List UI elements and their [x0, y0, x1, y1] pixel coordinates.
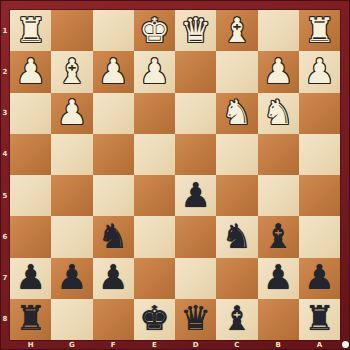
square-a1[interactable]: ♜ [299, 10, 340, 51]
black-queen-d8[interactable]: ♛ [180, 301, 210, 335]
rank-label-7: 7 [0, 258, 10, 299]
square-b1[interactable] [258, 10, 299, 51]
square-b4[interactable] [258, 134, 299, 175]
square-g5[interactable] [51, 175, 92, 216]
square-e1[interactable]: ♚ [134, 10, 175, 51]
square-g8[interactable] [51, 299, 92, 340]
square-e8[interactable]: ♚ [134, 299, 175, 340]
square-c3[interactable]: ♞ [216, 93, 257, 134]
rank-label-8: 8 [0, 299, 10, 340]
black-pawn-h7[interactable]: ♟ [15, 260, 45, 294]
square-c4[interactable] [216, 134, 257, 175]
white-king-e1[interactable]: ♚ [139, 13, 169, 47]
chess-board: ♜♚♛♝♜♟♝♟♟♟♟♟♞♞♟♞♞♝♟♟♟♟♟♜♚♛♝♜ [10, 10, 340, 340]
square-d4[interactable] [175, 134, 216, 175]
square-f5[interactable] [93, 175, 134, 216]
white-rook-a1[interactable]: ♜ [304, 13, 334, 47]
black-rook-a8[interactable]: ♜ [304, 301, 334, 335]
square-h3[interactable] [10, 93, 51, 134]
square-a3[interactable] [299, 93, 340, 134]
square-b2[interactable]: ♟ [258, 51, 299, 92]
square-b8[interactable] [258, 299, 299, 340]
file-label-h: H [10, 340, 51, 350]
white-pawn-a2[interactable]: ♟ [304, 54, 334, 88]
square-e2[interactable]: ♟ [134, 51, 175, 92]
white-pawn-f2[interactable]: ♟ [98, 54, 128, 88]
rank-label-2: 2 [0, 51, 10, 92]
square-c6[interactable]: ♞ [216, 216, 257, 257]
square-f3[interactable] [93, 93, 134, 134]
rank-label-6: 6 [0, 216, 10, 257]
square-g2[interactable]: ♝ [51, 51, 92, 92]
square-a7[interactable]: ♟ [299, 258, 340, 299]
file-label-e: E [134, 340, 175, 350]
square-c8[interactable]: ♝ [216, 299, 257, 340]
file-label-c: C [216, 340, 257, 350]
black-pawn-f7[interactable]: ♟ [98, 260, 128, 294]
square-h8[interactable]: ♜ [10, 299, 51, 340]
square-h1[interactable]: ♜ [10, 10, 51, 51]
square-h5[interactable] [10, 175, 51, 216]
black-bishop-b6[interactable]: ♝ [263, 219, 293, 253]
black-knight-c6[interactable]: ♞ [222, 219, 252, 253]
square-b3[interactable]: ♞ [258, 93, 299, 134]
square-d7[interactable] [175, 258, 216, 299]
square-g6[interactable] [51, 216, 92, 257]
square-f7[interactable]: ♟ [93, 258, 134, 299]
black-king-e8[interactable]: ♚ [139, 301, 169, 335]
square-h4[interactable] [10, 134, 51, 175]
white-bishop-c1[interactable]: ♝ [222, 13, 252, 47]
black-pawn-g7[interactable]: ♟ [57, 260, 87, 294]
board-frame: 12345678 ♜♚♛♝♜♟♝♟♟♟♟♟♞♞♟♞♞♝♟♟♟♟♟♜♚♛♝♜ HG… [0, 0, 350, 350]
file-label-f: F [93, 340, 134, 350]
square-e3[interactable] [134, 93, 175, 134]
square-f4[interactable] [93, 134, 134, 175]
square-f6[interactable]: ♞ [93, 216, 134, 257]
square-g4[interactable] [51, 134, 92, 175]
white-pawn-b2[interactable]: ♟ [263, 54, 293, 88]
square-f8[interactable] [93, 299, 134, 340]
file-labels: HGFEDCBA [10, 340, 340, 350]
square-f1[interactable] [93, 10, 134, 51]
square-e4[interactable] [134, 134, 175, 175]
file-label-d: D [175, 340, 216, 350]
square-h6[interactable] [10, 216, 51, 257]
rank-label-4: 4 [0, 134, 10, 175]
black-pawn-a7[interactable]: ♟ [304, 260, 334, 294]
file-label-a: A [299, 340, 340, 350]
black-bishop-c8[interactable]: ♝ [222, 301, 252, 335]
square-b7[interactable]: ♟ [258, 258, 299, 299]
square-a4[interactable] [299, 134, 340, 175]
square-d5[interactable]: ♟ [175, 175, 216, 216]
square-b5[interactable] [258, 175, 299, 216]
white-rook-h1[interactable]: ♜ [15, 13, 45, 47]
square-e7[interactable] [134, 258, 175, 299]
square-c7[interactable] [216, 258, 257, 299]
square-b6[interactable]: ♝ [258, 216, 299, 257]
white-knight-b3[interactable]: ♞ [263, 95, 293, 129]
rank-label-5: 5 [0, 175, 10, 216]
white-bishop-g2[interactable]: ♝ [57, 54, 87, 88]
square-d6[interactable] [175, 216, 216, 257]
square-h2[interactable]: ♟ [10, 51, 51, 92]
square-d3[interactable] [175, 93, 216, 134]
square-g1[interactable] [51, 10, 92, 51]
square-c5[interactable] [216, 175, 257, 216]
square-g7[interactable]: ♟ [51, 258, 92, 299]
square-e5[interactable] [134, 175, 175, 216]
square-a8[interactable]: ♜ [299, 299, 340, 340]
square-h7[interactable]: ♟ [10, 258, 51, 299]
square-a5[interactable] [299, 175, 340, 216]
square-a2[interactable]: ♟ [299, 51, 340, 92]
white-pawn-h2[interactable]: ♟ [15, 54, 45, 88]
square-a6[interactable] [299, 216, 340, 257]
rank-labels: 12345678 [0, 10, 10, 340]
rank-label-1: 1 [0, 10, 10, 51]
black-rook-h8[interactable]: ♜ [15, 301, 45, 335]
white-pawn-g3[interactable]: ♟ [57, 95, 87, 129]
white-knight-c3[interactable]: ♞ [222, 95, 252, 129]
black-knight-f6[interactable]: ♞ [98, 219, 128, 253]
black-pawn-b7[interactable]: ♟ [263, 260, 293, 294]
white-pawn-e2[interactable]: ♟ [139, 54, 169, 88]
square-c2[interactable] [216, 51, 257, 92]
white-queen-d1[interactable]: ♛ [180, 13, 210, 47]
square-f2[interactable]: ♟ [93, 51, 134, 92]
rank-label-3: 3 [0, 93, 10, 134]
square-e6[interactable] [134, 216, 175, 257]
square-d1[interactable]: ♛ [175, 10, 216, 51]
black-pawn-d5[interactable]: ♟ [180, 178, 210, 212]
white-to-move-indicator [342, 341, 349, 348]
square-g3[interactable]: ♟ [51, 93, 92, 134]
square-d8[interactable]: ♛ [175, 299, 216, 340]
square-d2[interactable] [175, 51, 216, 92]
file-label-b: B [258, 340, 299, 350]
square-c1[interactable]: ♝ [216, 10, 257, 51]
file-label-g: G [51, 340, 92, 350]
